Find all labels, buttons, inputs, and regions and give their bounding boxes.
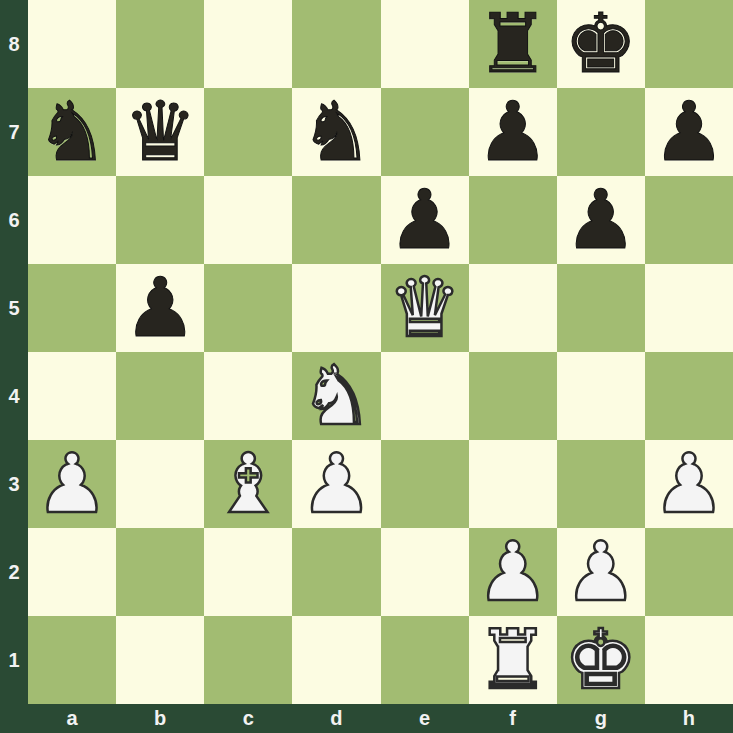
white-bishop-c3[interactable]: ♝ xyxy=(212,440,286,528)
square-c8[interactable] xyxy=(204,0,292,88)
square-e3[interactable] xyxy=(381,440,469,528)
file-labels: abcdefgh xyxy=(0,704,733,733)
white-rook-f1[interactable]: ♜ xyxy=(476,616,550,704)
square-f4[interactable] xyxy=(469,352,557,440)
rank-label-7: 7 xyxy=(0,88,28,176)
rank-label-5: 5 xyxy=(0,264,28,352)
square-a5[interactable] xyxy=(28,264,116,352)
square-b6[interactable] xyxy=(116,176,204,264)
square-g2[interactable]: ♟ xyxy=(557,528,645,616)
rank-label-3: 3 xyxy=(0,440,28,528)
black-knight-a7[interactable]: ♞ xyxy=(35,88,109,176)
square-h2[interactable] xyxy=(645,528,733,616)
square-b4[interactable] xyxy=(116,352,204,440)
white-pawn-a3[interactable]: ♟ xyxy=(35,440,109,528)
rank-label-2: 2 xyxy=(0,528,28,616)
black-pawn-h7[interactable]: ♟ xyxy=(652,88,726,176)
square-e4[interactable] xyxy=(381,352,469,440)
rank-label-1: 1 xyxy=(0,616,28,704)
square-g7[interactable] xyxy=(557,88,645,176)
square-e1[interactable] xyxy=(381,616,469,704)
black-knight-d7[interactable]: ♞ xyxy=(300,88,374,176)
square-d5[interactable] xyxy=(292,264,380,352)
square-b5[interactable]: ♟ xyxy=(116,264,204,352)
rank-label-8: 8 xyxy=(0,0,28,88)
square-h1[interactable] xyxy=(645,616,733,704)
square-g8[interactable]: ♚ xyxy=(557,0,645,88)
square-f8[interactable]: ♜ xyxy=(469,0,557,88)
square-f2[interactable]: ♟ xyxy=(469,528,557,616)
file-label-g: g xyxy=(557,704,645,733)
square-h7[interactable]: ♟ xyxy=(645,88,733,176)
file-label-d: d xyxy=(292,704,380,733)
square-d3[interactable]: ♟ xyxy=(292,440,380,528)
square-f1[interactable]: ♜ xyxy=(469,616,557,704)
white-pawn-g2[interactable]: ♟ xyxy=(564,528,638,616)
square-c2[interactable] xyxy=(204,528,292,616)
white-knight-d4[interactable]: ♞ xyxy=(300,352,374,440)
square-e2[interactable] xyxy=(381,528,469,616)
square-h6[interactable] xyxy=(645,176,733,264)
square-d2[interactable] xyxy=(292,528,380,616)
file-label-h: h xyxy=(645,704,733,733)
chess-board-widget: 87654321 ♜♚♞♛♞♟♟♟♟♟♛♞♟♝♟♟♟♟♜♚ abcdefgh xyxy=(0,0,733,733)
file-label-b: b xyxy=(116,704,204,733)
square-d4[interactable]: ♞ xyxy=(292,352,380,440)
square-b7[interactable]: ♛ xyxy=(116,88,204,176)
square-e7[interactable] xyxy=(381,88,469,176)
square-g6[interactable]: ♟ xyxy=(557,176,645,264)
square-a2[interactable] xyxy=(28,528,116,616)
square-d1[interactable] xyxy=(292,616,380,704)
black-rook-f8[interactable]: ♜ xyxy=(476,0,550,88)
black-queen-b7[interactable]: ♛ xyxy=(123,88,197,176)
rank-labels: 87654321 xyxy=(0,0,28,704)
white-pawn-f2[interactable]: ♟ xyxy=(476,528,550,616)
square-d8[interactable] xyxy=(292,0,380,88)
square-c4[interactable] xyxy=(204,352,292,440)
square-h4[interactable] xyxy=(645,352,733,440)
white-pawn-d3[interactable]: ♟ xyxy=(300,440,374,528)
square-b3[interactable] xyxy=(116,440,204,528)
square-g4[interactable] xyxy=(557,352,645,440)
square-f3[interactable] xyxy=(469,440,557,528)
square-c5[interactable] xyxy=(204,264,292,352)
square-h8[interactable] xyxy=(645,0,733,88)
black-pawn-f7[interactable]: ♟ xyxy=(476,88,550,176)
square-d7[interactable]: ♞ xyxy=(292,88,380,176)
square-g1[interactable]: ♚ xyxy=(557,616,645,704)
square-c7[interactable] xyxy=(204,88,292,176)
file-label-e: e xyxy=(381,704,469,733)
square-d6[interactable] xyxy=(292,176,380,264)
square-h3[interactable]: ♟ xyxy=(645,440,733,528)
black-king-g8[interactable]: ♚ xyxy=(564,0,638,88)
black-pawn-g6[interactable]: ♟ xyxy=(564,176,638,264)
black-pawn-e6[interactable]: ♟ xyxy=(388,176,462,264)
rank-label-6: 6 xyxy=(0,176,28,264)
square-a1[interactable] xyxy=(28,616,116,704)
square-f6[interactable] xyxy=(469,176,557,264)
file-label-a: a xyxy=(28,704,116,733)
square-a3[interactable]: ♟ xyxy=(28,440,116,528)
square-h5[interactable] xyxy=(645,264,733,352)
square-b2[interactable] xyxy=(116,528,204,616)
square-c3[interactable]: ♝ xyxy=(204,440,292,528)
square-b8[interactable] xyxy=(116,0,204,88)
chess-board: ♜♚♞♛♞♟♟♟♟♟♛♞♟♝♟♟♟♟♜♚ xyxy=(28,0,733,704)
square-g3[interactable] xyxy=(557,440,645,528)
square-g5[interactable] xyxy=(557,264,645,352)
square-a8[interactable] xyxy=(28,0,116,88)
square-f7[interactable]: ♟ xyxy=(469,88,557,176)
square-c6[interactable] xyxy=(204,176,292,264)
square-a7[interactable]: ♞ xyxy=(28,88,116,176)
square-c1[interactable] xyxy=(204,616,292,704)
square-a4[interactable] xyxy=(28,352,116,440)
square-f5[interactable] xyxy=(469,264,557,352)
white-king-g1[interactable]: ♚ xyxy=(564,616,638,704)
square-a6[interactable] xyxy=(28,176,116,264)
square-e5[interactable]: ♛ xyxy=(381,264,469,352)
rank-label-4: 4 xyxy=(0,352,28,440)
black-pawn-b5[interactable]: ♟ xyxy=(123,264,197,352)
square-e8[interactable] xyxy=(381,0,469,88)
white-queen-e5[interactable]: ♛ xyxy=(388,264,462,352)
file-label-f: f xyxy=(469,704,557,733)
square-e6[interactable]: ♟ xyxy=(381,176,469,264)
file-label-c: c xyxy=(204,704,292,733)
white-pawn-h3[interactable]: ♟ xyxy=(652,440,726,528)
square-b1[interactable] xyxy=(116,616,204,704)
